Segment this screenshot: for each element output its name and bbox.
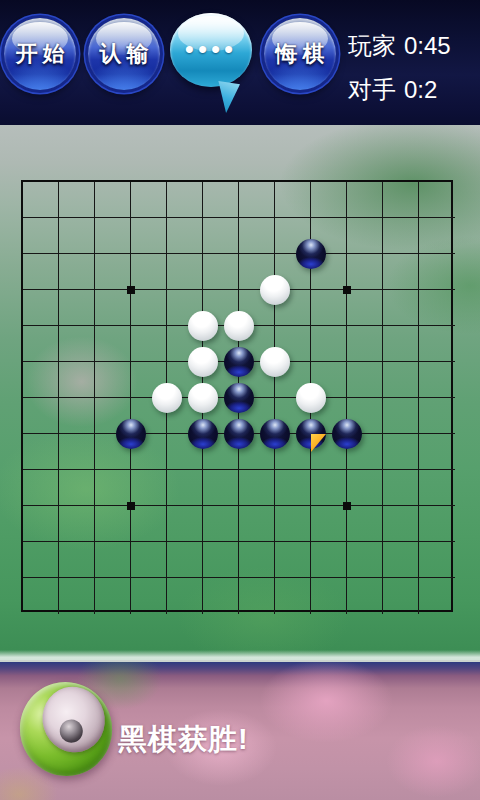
black-stone — [224, 347, 254, 377]
resign-button-label: 认输 — [100, 39, 154, 69]
black-stone — [224, 419, 254, 449]
opponent-clock-time: 0:2 — [404, 76, 437, 103]
stones-layer — [23, 182, 451, 610]
player-clock: 玩家0:45 — [348, 30, 451, 62]
start-button[interactable]: 开始 — [4, 18, 76, 90]
star-point — [127, 286, 135, 294]
start-button-label: 开始 — [16, 39, 70, 69]
chat-dots: •••• — [170, 34, 252, 65]
white-stone — [188, 347, 218, 377]
resign-button[interactable]: 认输 — [88, 18, 160, 90]
player-clock-time: 0:45 — [404, 32, 451, 59]
star-point — [127, 502, 135, 510]
player-clock-label: 玩家 — [348, 32, 396, 59]
white-stone — [224, 311, 254, 341]
white-stone — [188, 383, 218, 413]
chat-bubble-icon: •••• — [170, 13, 252, 87]
black-stone — [116, 419, 146, 449]
white-stone — [188, 311, 218, 341]
white-stone — [260, 347, 290, 377]
opponent-clock: 对手0:2 — [348, 74, 437, 106]
chat-bubble-tail-icon — [216, 81, 240, 113]
black-stone — [224, 383, 254, 413]
undo-button[interactable]: 悔棋 — [264, 18, 336, 90]
status-panel: 黑棋获胜! — [0, 662, 480, 800]
chat-button[interactable]: •••• — [170, 13, 258, 113]
status-message: 黑棋获胜! — [118, 720, 249, 760]
white-stone — [296, 383, 326, 413]
black-stone — [296, 239, 326, 269]
app-screen: 开始 认输 •••• 悔棋 玩家0:45 对手0:2 — [0, 0, 480, 800]
white-stone — [152, 383, 182, 413]
star-point — [343, 286, 351, 294]
white-stone — [260, 275, 290, 305]
gomoku-board[interactable] — [21, 180, 453, 612]
panel-divider — [0, 650, 480, 662]
black-stone — [332, 419, 362, 449]
speaker-button[interactable] — [9, 671, 123, 787]
undo-button-label: 悔棋 — [276, 39, 330, 69]
black-stone — [260, 419, 290, 449]
star-point — [343, 502, 351, 510]
opponent-clock-label: 对手 — [348, 76, 396, 103]
black-stone — [188, 419, 218, 449]
board-area — [0, 125, 480, 660]
toolbar: 开始 认输 •••• 悔棋 玩家0:45 对手0:2 — [0, 0, 480, 125]
